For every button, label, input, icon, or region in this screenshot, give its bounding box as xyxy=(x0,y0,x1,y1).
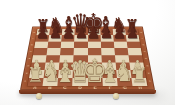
chess-set-photo: ABCDEFGH 87654321 87654321 ♜♞♝♛♚♝♞♜♟♟♟♟♟… xyxy=(0,0,175,105)
piece-white-rook-h1[interactable]: ♜ xyxy=(130,65,148,86)
piece-black-pawn-h7[interactable]: ♟ xyxy=(125,24,140,41)
pieces-layer: ♜♞♝♛♚♝♞♜♟♟♟♟♟♟♟♟♟♟♟♟♟♟♟♟♜♞♝♛♚♝♞♜ xyxy=(0,0,175,105)
